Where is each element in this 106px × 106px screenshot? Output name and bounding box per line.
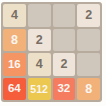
tile-4-r3c2: 4 <box>28 53 51 76</box>
tile-2-r1c4: 2 <box>77 4 100 27</box>
empty-cell-r1c2 <box>28 4 51 27</box>
tile-512-r4c2: 512 <box>28 78 51 101</box>
tile-2-r3c3: 2 <box>53 53 76 76</box>
tile-8-r4c4: 8 <box>77 78 100 101</box>
game-2048-screen: 4282164264512328 <box>0 0 106 106</box>
tile-64-r4c1: 64 <box>3 78 26 101</box>
empty-cell-r1c3 <box>53 4 76 27</box>
tile-32-r4c3: 32 <box>53 78 76 101</box>
tile-8-r2c1: 8 <box>3 29 26 52</box>
tile-4-r1c1: 4 <box>3 4 26 27</box>
tile-2-r2c2: 2 <box>28 29 51 52</box>
empty-cell-r2c4 <box>77 29 100 52</box>
empty-cell-r3c4 <box>77 53 100 76</box>
board-2048[interactable]: 4282164264512328 <box>1 2 102 102</box>
empty-cell-r2c3 <box>53 29 76 52</box>
tile-16-r3c1: 16 <box>3 53 26 76</box>
